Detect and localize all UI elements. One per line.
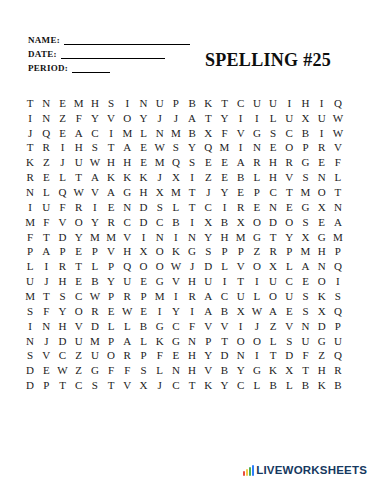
grid-cell[interactable]: B [216, 304, 232, 319]
grid-cell[interactable]: K [200, 96, 216, 111]
grid-cell[interactable]: E [54, 96, 70, 111]
grid-cell[interactable]: J [184, 259, 200, 274]
grid-cell[interactable]: D [22, 363, 38, 378]
grid-cell[interactable]: J [200, 185, 216, 200]
grid-cell[interactable]: I [216, 200, 232, 215]
grid-cell[interactable]: C [265, 185, 281, 200]
grid-cell[interactable]: H [119, 155, 135, 170]
grid-cell[interactable]: N [22, 185, 38, 200]
grid-cell[interactable]: K [103, 170, 119, 185]
grid-cell[interactable]: V [71, 319, 87, 334]
grid-cell[interactable]: S [297, 289, 313, 304]
grid-cell[interactable]: B [216, 363, 232, 378]
grid-cell[interactable]: I [233, 141, 249, 156]
grid-cell[interactable]: Y [216, 378, 232, 393]
grid-cell[interactable]: W [330, 126, 346, 141]
grid-cell[interactable]: L [87, 259, 103, 274]
grid-cell[interactable]: S [87, 378, 103, 393]
grid-cell[interactable]: E [216, 155, 232, 170]
grid-cell[interactable]: E [135, 141, 151, 156]
grid-cell[interactable]: T [330, 185, 346, 200]
grid-cell[interactable]: E [297, 274, 313, 289]
grid-cell[interactable]: R [54, 259, 70, 274]
grid-cell[interactable]: P [216, 245, 232, 260]
grid-cell[interactable]: F [330, 155, 346, 170]
grid-cell[interactable]: Q [168, 155, 184, 170]
grid-cell[interactable]: I [249, 111, 265, 126]
grid-cell[interactable]: W [152, 141, 168, 156]
grid-cell[interactable]: W [330, 111, 346, 126]
grid-cell[interactable]: L [168, 200, 184, 215]
grid-cell[interactable]: H [87, 96, 103, 111]
grid-cell[interactable]: C [54, 348, 70, 363]
grid-cell[interactable]: R [281, 155, 297, 170]
grid-cell[interactable]: P [249, 185, 265, 200]
grid-cell[interactable]: D [314, 319, 330, 334]
grid-cell[interactable]: I [168, 289, 184, 304]
grid-cell[interactable]: I [216, 274, 232, 289]
grid-cell[interactable]: M [22, 215, 38, 230]
grid-cell[interactable]: O [103, 348, 119, 363]
grid-cell[interactable]: H [119, 245, 135, 260]
grid-cell[interactable]: Z [71, 348, 87, 363]
grid-cell[interactable]: L [330, 170, 346, 185]
grid-cell[interactable]: I [281, 96, 297, 111]
grid-cell[interactable]: E [168, 348, 184, 363]
grid-cell[interactable]: M [216, 141, 232, 156]
grid-cell[interactable]: E [216, 170, 232, 185]
grid-cell[interactable]: E [103, 200, 119, 215]
grid-cell[interactable]: G [184, 245, 200, 260]
grid-cell[interactable]: I [168, 230, 184, 245]
grid-cell[interactable]: H [184, 348, 200, 363]
grid-cell[interactable]: P [54, 245, 70, 260]
grid-cell[interactable]: M [330, 230, 346, 245]
grid-cell[interactable]: C [168, 319, 184, 334]
grid-cell[interactable]: O [71, 304, 87, 319]
grid-cell[interactable]: J [168, 111, 184, 126]
grid-cell[interactable]: L [216, 259, 232, 274]
grid-cell[interactable]: C [71, 378, 87, 393]
grid-cell[interactable]: S [22, 304, 38, 319]
grid-cell[interactable]: Q [330, 304, 346, 319]
grid-cell[interactable]: T [71, 259, 87, 274]
grid-cell[interactable]: F [38, 215, 54, 230]
grid-cell[interactable]: P [103, 289, 119, 304]
grid-cell[interactable]: T [216, 96, 232, 111]
grid-cell[interactable]: Y [216, 185, 232, 200]
grid-cell[interactable]: D [54, 230, 70, 245]
grid-cell[interactable]: I [233, 111, 249, 126]
grid-cell[interactable]: T [200, 111, 216, 126]
grid-cell[interactable]: Z [249, 245, 265, 260]
date-input-line[interactable] [61, 48, 165, 59]
grid-cell[interactable]: X [297, 230, 313, 245]
grid-cell[interactable]: M [297, 245, 313, 260]
name-input-line[interactable] [64, 34, 190, 45]
grid-cell[interactable]: S [297, 215, 313, 230]
grid-cell[interactable]: T [297, 363, 313, 378]
grid-cell[interactable]: V [200, 363, 216, 378]
grid-cell[interactable]: Y [135, 111, 151, 126]
grid-cell[interactable]: F [38, 304, 54, 319]
grid-cell[interactable]: P [330, 245, 346, 260]
grid-cell[interactable]: M [71, 96, 87, 111]
grid-cell[interactable]: A [119, 141, 135, 156]
grid-cell[interactable]: G [297, 155, 313, 170]
grid-cell[interactable]: J [22, 126, 38, 141]
grid-cell[interactable]: U [22, 274, 38, 289]
grid-cell[interactable]: O [265, 289, 281, 304]
grid-cell[interactable]: Y [184, 141, 200, 156]
grid-cell[interactable]: R [184, 289, 200, 304]
grid-cell[interactable]: D [281, 348, 297, 363]
grid-cell[interactable]: R [87, 304, 103, 319]
grid-cell[interactable]: A [330, 215, 346, 230]
grid-cell[interactable]: B [265, 378, 281, 393]
grid-cell[interactable]: P [135, 289, 151, 304]
grid-cell[interactable]: W [119, 304, 135, 319]
grid-cell[interactable]: U [119, 274, 135, 289]
grid-cell[interactable]: Y [216, 111, 232, 126]
grid-cell[interactable]: A [38, 245, 54, 260]
grid-cell[interactable]: E [265, 141, 281, 156]
grid-cell[interactable]: O [249, 334, 265, 349]
grid-cell[interactable]: W [87, 155, 103, 170]
grid-cell[interactable]: F [71, 111, 87, 126]
grid-cell[interactable]: N [135, 96, 151, 111]
grid-cell[interactable]: R [265, 245, 281, 260]
grid-cell[interactable]: E [314, 215, 330, 230]
grid-cell[interactable]: P [200, 334, 216, 349]
grid-cell[interactable]: K [135, 170, 151, 185]
grid-cell[interactable]: N [233, 348, 249, 363]
grid-cell[interactable]: Y [281, 230, 297, 245]
grid-cell[interactable]: N [297, 319, 313, 334]
grid-cell[interactable]: L [249, 378, 265, 393]
grid-cell[interactable]: W [54, 363, 70, 378]
grid-cell[interactable]: B [330, 378, 346, 393]
grid-cell[interactable]: C [87, 126, 103, 141]
grid-cell[interactable]: I [184, 215, 200, 230]
grid-cell[interactable]: L [38, 185, 54, 200]
grid-cell[interactable]: N [38, 96, 54, 111]
grid-cell[interactable]: V [119, 378, 135, 393]
grid-cell[interactable]: X [168, 170, 184, 185]
grid-cell[interactable]: I [249, 348, 265, 363]
grid-cell[interactable]: D [87, 319, 103, 334]
grid-cell[interactable]: T [103, 141, 119, 156]
grid-cell[interactable]: A [200, 289, 216, 304]
grid-cell[interactable]: V [168, 274, 184, 289]
grid-cell[interactable]: B [184, 126, 200, 141]
grid-cell[interactable]: O [281, 215, 297, 230]
grid-cell[interactable]: S [152, 200, 168, 215]
grid-cell[interactable]: U [281, 289, 297, 304]
grid-cell[interactable]: I [103, 126, 119, 141]
grid-cell[interactable]: M [233, 230, 249, 245]
grid-cell[interactable]: C [233, 96, 249, 111]
grid-cell[interactable]: X [233, 215, 249, 230]
grid-cell[interactable]: R [38, 141, 54, 156]
grid-cell[interactable]: P [135, 348, 151, 363]
grid-cell[interactable]: H [216, 230, 232, 245]
grid-cell[interactable]: I [249, 274, 265, 289]
grid-cell[interactable]: Z [314, 348, 330, 363]
grid-cell[interactable]: P [297, 141, 313, 156]
grid-cell[interactable]: C [168, 378, 184, 393]
grid-cell[interactable]: O [281, 141, 297, 156]
grid-cell[interactable]: B [184, 96, 200, 111]
grid-cell[interactable]: N [152, 126, 168, 141]
grid-cell[interactable]: M [297, 185, 313, 200]
grid-cell[interactable]: M [87, 230, 103, 245]
grid-cell[interactable]: G [152, 274, 168, 289]
grid-cell[interactable]: M [152, 155, 168, 170]
grid-cell[interactable]: Y [87, 215, 103, 230]
grid-cell[interactable]: I [87, 200, 103, 215]
grid-cell[interactable]: K [152, 334, 168, 349]
grid-cell[interactable]: S [281, 334, 297, 349]
grid-cell[interactable]: U [71, 334, 87, 349]
grid-cell[interactable]: B [87, 274, 103, 289]
grid-cell[interactable]: L [135, 126, 151, 141]
grid-cell[interactable]: O [119, 111, 135, 126]
grid-cell[interactable]: O [314, 274, 330, 289]
grid-cell[interactable]: P [103, 334, 119, 349]
grid-cell[interactable]: U [233, 289, 249, 304]
grid-cell[interactable]: T [38, 289, 54, 304]
grid-cell[interactable]: F [184, 319, 200, 334]
grid-cell[interactable]: J [249, 319, 265, 334]
grid-cell[interactable]: K [22, 155, 38, 170]
grid-cell[interactable]: Y [233, 363, 249, 378]
grid-cell[interactable]: X [233, 304, 249, 319]
grid-cell[interactable]: I [22, 200, 38, 215]
grid-cell[interactable]: Y [168, 304, 184, 319]
grid-cell[interactable]: M [22, 289, 38, 304]
grid-cell[interactable]: R [119, 348, 135, 363]
grid-cell[interactable]: V [233, 259, 249, 274]
grid-cell[interactable]: L [265, 334, 281, 349]
grid-cell[interactable]: E [135, 274, 151, 289]
grid-cell[interactable]: M [87, 334, 103, 349]
grid-cell[interactable]: U [200, 274, 216, 289]
grid-cell[interactable]: H [265, 170, 281, 185]
grid-cell[interactable]: N [184, 230, 200, 245]
grid-cell[interactable]: R [249, 155, 265, 170]
grid-cell[interactable]: L [249, 289, 265, 304]
grid-cell[interactable]: M [168, 185, 184, 200]
grid-cell[interactable]: F [216, 126, 232, 141]
grid-cell[interactable]: M [168, 126, 184, 141]
grid-cell[interactable]: Q [330, 348, 346, 363]
grid-cell[interactable]: H [103, 155, 119, 170]
grid-cell[interactable]: H [184, 274, 200, 289]
grid-cell[interactable]: Q [330, 259, 346, 274]
grid-cell[interactable]: X [265, 259, 281, 274]
grid-cell[interactable]: X [135, 378, 151, 393]
grid-cell[interactable]: C [119, 215, 135, 230]
grid-cell[interactable]: V [281, 170, 297, 185]
grid-cell[interactable]: Q [119, 259, 135, 274]
grid-cell[interactable]: R [119, 289, 135, 304]
grid-cell[interactable]: Q [200, 141, 216, 156]
grid-cell[interactable]: V [119, 230, 135, 245]
grid-cell[interactable]: A [184, 111, 200, 126]
grid-cell[interactable]: X [297, 111, 313, 126]
grid-cell[interactable]: T [184, 200, 200, 215]
grid-cell[interactable]: E [103, 304, 119, 319]
grid-cell[interactable]: Y [200, 230, 216, 245]
grid-cell[interactable]: H [314, 363, 330, 378]
grid-cell[interactable]: O [71, 215, 87, 230]
grid-cell[interactable]: G [314, 334, 330, 349]
grid-cell[interactable]: G [297, 200, 313, 215]
grid-cell[interactable]: O [135, 259, 151, 274]
grid-cell[interactable]: S [135, 363, 151, 378]
grid-cell[interactable]: O [152, 259, 168, 274]
grid-cell[interactable]: I [233, 319, 249, 334]
grid-cell[interactable]: N [38, 319, 54, 334]
grid-cell[interactable]: A [87, 170, 103, 185]
grid-cell[interactable]: D [22, 378, 38, 393]
grid-cell[interactable]: G [168, 334, 184, 349]
grid-cell[interactable]: K [314, 289, 330, 304]
grid-cell[interactable]: N [119, 200, 135, 215]
grid-cell[interactable]: J [38, 274, 54, 289]
grid-cell[interactable]: E [281, 200, 297, 215]
grid-cell[interactable]: C [281, 126, 297, 141]
grid-cell[interactable]: T [22, 141, 38, 156]
grid-cell[interactable]: V [38, 348, 54, 363]
grid-cell[interactable]: H [54, 274, 70, 289]
grid-cell[interactable]: J [152, 170, 168, 185]
grid-cell[interactable]: K [119, 170, 135, 185]
grid-cell[interactable]: E [135, 304, 151, 319]
grid-cell[interactable]: F [54, 200, 70, 215]
grid-cell[interactable]: R [71, 200, 87, 215]
grid-cell[interactable]: Z [265, 319, 281, 334]
grid-cell[interactable]: S [103, 96, 119, 111]
grid-cell[interactable]: P [168, 96, 184, 111]
grid-cell[interactable]: B [233, 170, 249, 185]
grid-cell[interactable]: Q [330, 96, 346, 111]
grid-cell[interactable]: Z [54, 111, 70, 126]
grid-cell[interactable]: S [87, 141, 103, 156]
grid-cell[interactable]: V [87, 185, 103, 200]
grid-cell[interactable]: O [249, 259, 265, 274]
grid-cell[interactable]: Y [200, 348, 216, 363]
grid-cell[interactable]: Y [71, 230, 87, 245]
grid-cell[interactable]: J [54, 155, 70, 170]
grid-cell[interactable]: F [297, 348, 313, 363]
grid-cell[interactable]: V [216, 319, 232, 334]
grid-cell[interactable]: J [152, 111, 168, 126]
grid-cell[interactable]: T [54, 378, 70, 393]
grid-cell[interactable]: I [184, 170, 200, 185]
grid-cell[interactable]: S [297, 170, 313, 185]
grid-cell[interactable]: G [249, 126, 265, 141]
grid-cell[interactable]: A [119, 334, 135, 349]
grid-cell[interactable]: N [22, 334, 38, 349]
grid-cell[interactable]: V [233, 126, 249, 141]
grid-cell[interactable]: C [281, 274, 297, 289]
grid-cell[interactable]: E [314, 155, 330, 170]
grid-cell[interactable]: I [314, 96, 330, 111]
grid-cell[interactable]: V [330, 141, 346, 156]
grid-cell[interactable]: X [314, 304, 330, 319]
grid-cell[interactable]: N [168, 363, 184, 378]
grid-cell[interactable]: R [330, 363, 346, 378]
grid-cell[interactable]: X [135, 245, 151, 260]
grid-cell[interactable]: Q [54, 185, 70, 200]
grid-cell[interactable]: E [38, 170, 54, 185]
grid-cell[interactable]: I [184, 304, 200, 319]
grid-cell[interactable]: U [314, 111, 330, 126]
grid-cell[interactable]: L [249, 170, 265, 185]
grid-cell[interactable]: W [168, 259, 184, 274]
grid-cell[interactable]: N [265, 200, 281, 215]
grid-cell[interactable]: O [152, 245, 168, 260]
grid-cell[interactable]: G [249, 230, 265, 245]
grid-cell[interactable]: I [119, 96, 135, 111]
grid-cell[interactable]: I [22, 319, 38, 334]
grid-cell[interactable]: S [330, 289, 346, 304]
grid-cell[interactable]: T [281, 185, 297, 200]
grid-cell[interactable]: R [22, 170, 38, 185]
grid-cell[interactable]: U [249, 96, 265, 111]
grid-cell[interactable]: I [314, 126, 330, 141]
grid-cell[interactable]: W [87, 289, 103, 304]
grid-cell[interactable]: N [184, 334, 200, 349]
grid-cell[interactable]: B [297, 378, 313, 393]
grid-cell[interactable]: T [265, 348, 281, 363]
grid-cell[interactable]: E [54, 126, 70, 141]
grid-cell[interactable]: I [152, 304, 168, 319]
grid-cell[interactable]: E [233, 185, 249, 200]
grid-cell[interactable]: E [135, 155, 151, 170]
grid-cell[interactable]: N [249, 141, 265, 156]
brand-footer[interactable]: LIVEWORKSHEETS [242, 463, 367, 477]
grid-cell[interactable]: T [103, 378, 119, 393]
grid-cell[interactable]: U [330, 334, 346, 349]
grid-cell[interactable]: X [314, 200, 330, 215]
grid-cell[interactable]: O [233, 334, 249, 349]
grid-cell[interactable]: P [38, 378, 54, 393]
grid-cell[interactable]: E [71, 245, 87, 260]
grid-cell[interactable]: F [152, 348, 168, 363]
grid-cell[interactable]: C [200, 200, 216, 215]
grid-cell[interactable]: P [22, 245, 38, 260]
grid-cell[interactable]: J [38, 334, 54, 349]
grid-cell[interactable]: P [233, 245, 249, 260]
grid-cell[interactable]: N [314, 259, 330, 274]
grid-cell[interactable]: L [119, 319, 135, 334]
grid-cell[interactable]: P [281, 245, 297, 260]
grid-cell[interactable]: R [103, 215, 119, 230]
grid-cell[interactable]: P [87, 245, 103, 260]
grid-cell[interactable]: V [103, 111, 119, 126]
grid-cell[interactable]: E [200, 155, 216, 170]
grid-cell[interactable]: H [54, 319, 70, 334]
grid-cell[interactable]: D [54, 334, 70, 349]
grid-cell[interactable]: P [330, 319, 346, 334]
grid-cell[interactable]: R [314, 141, 330, 156]
grid-cell[interactable]: A [103, 185, 119, 200]
grid-cell[interactable]: C [233, 378, 249, 393]
grid-cell[interactable]: A [200, 304, 216, 319]
